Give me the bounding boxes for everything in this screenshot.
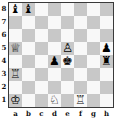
white-king-piece: ♔	[9, 94, 22, 107]
square-d4: ♟	[48, 55, 61, 68]
square-f7	[74, 16, 87, 29]
square-f6	[74, 29, 87, 42]
file-label-c: c	[35, 108, 48, 118]
square-a8: ♝	[9, 3, 22, 16]
rank-label-2: 2	[0, 80, 8, 93]
square-g8	[87, 3, 100, 16]
square-h1	[100, 94, 113, 107]
rank-label-8: 8	[0, 2, 8, 15]
square-f3	[74, 68, 87, 81]
square-c2	[35, 81, 48, 94]
square-f4	[74, 55, 87, 68]
square-h2	[100, 81, 113, 94]
rank-label-1: 1	[0, 93, 8, 106]
square-a7	[9, 16, 22, 29]
white-queen-piece: ♕	[9, 42, 22, 55]
square-b4	[22, 55, 35, 68]
square-g4	[87, 55, 100, 68]
square-d3	[48, 68, 61, 81]
square-d7	[48, 16, 61, 29]
square-h8	[100, 3, 113, 16]
black-king-piece: ♚	[61, 55, 74, 68]
square-g3	[87, 68, 100, 81]
square-d6	[48, 29, 61, 42]
chess-diagram: 87654321 ♝♝♕♙♟♟♚♜♖♔♘♖ abcdefgh	[0, 0, 117, 118]
file-label-d: d	[48, 108, 61, 118]
square-c4	[35, 55, 48, 68]
rank-label-3: 3	[0, 67, 8, 80]
rank-label-5: 5	[0, 41, 8, 54]
square-c5	[35, 42, 48, 55]
rank-label-6: 6	[0, 28, 8, 41]
square-b1	[22, 94, 35, 107]
square-h4: ♜	[100, 55, 113, 68]
rank-label-7: 7	[0, 15, 8, 28]
square-h3	[100, 68, 113, 81]
square-g1	[87, 94, 100, 107]
file-label-b: b	[22, 108, 35, 118]
square-b7	[22, 16, 35, 29]
square-b3	[22, 68, 35, 81]
square-e4: ♚	[61, 55, 74, 68]
square-g6	[87, 29, 100, 42]
square-h7	[100, 16, 113, 29]
chess-board: ♝♝♕♙♟♟♚♜♖♔♘♖	[8, 2, 114, 108]
white-knight-piece: ♘	[48, 94, 61, 107]
square-e1	[61, 94, 74, 107]
square-e2	[61, 81, 74, 94]
square-a1: ♔	[9, 94, 22, 107]
white-rook-piece: ♖	[9, 68, 22, 81]
square-c8	[35, 3, 48, 16]
square-e3	[61, 68, 74, 81]
file-label-a: a	[9, 108, 22, 118]
file-label-f: f	[74, 108, 87, 118]
black-pawn-piece: ♟	[48, 55, 61, 68]
rank-labels: 87654321	[0, 2, 8, 106]
square-a5: ♕	[9, 42, 22, 55]
square-c3	[35, 68, 48, 81]
square-f5	[74, 42, 87, 55]
square-f8	[74, 3, 87, 16]
square-c1	[35, 94, 48, 107]
black-bishop-piece: ♝	[22, 3, 35, 16]
white-rook-piece: ♖	[74, 94, 87, 107]
square-b5	[22, 42, 35, 55]
rank-label-4: 4	[0, 54, 8, 67]
file-label-e: e	[61, 108, 74, 118]
square-b6	[22, 29, 35, 42]
square-f1: ♖	[74, 94, 87, 107]
square-c7	[35, 16, 48, 29]
square-g2	[87, 81, 100, 94]
black-rook-piece: ♜	[100, 55, 113, 68]
file-labels: abcdefgh	[9, 108, 113, 118]
square-c6	[35, 29, 48, 42]
square-g5	[87, 42, 100, 55]
file-label-h: h	[100, 108, 113, 118]
square-e8	[61, 3, 74, 16]
square-e7	[61, 16, 74, 29]
square-b2	[22, 81, 35, 94]
square-a3: ♖	[9, 68, 22, 81]
black-bishop-piece: ♝	[9, 3, 22, 16]
square-g7	[87, 16, 100, 29]
square-d8	[48, 3, 61, 16]
file-label-g: g	[87, 108, 100, 118]
square-b8: ♝	[22, 3, 35, 16]
square-d1: ♘	[48, 94, 61, 107]
